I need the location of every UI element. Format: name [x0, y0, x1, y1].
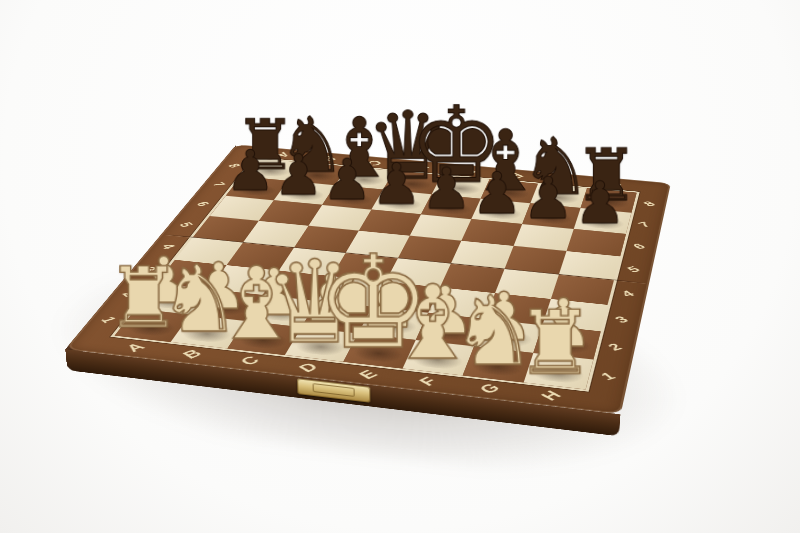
board-perspective-wrap: ABCDEFGH ABCDEFGH 87654321 87654321 ♜♞♝♛…	[148, 8, 648, 508]
rank-label-right-5: 5	[614, 256, 654, 283]
chess-set-photo: ABCDEFGH ABCDEFGH 87654321 87654321 ♜♞♝♛…	[0, 0, 800, 533]
coordinate-label: 1	[598, 370, 620, 383]
square-g6[interactable]	[514, 224, 574, 251]
piece-black-pawn[interactable]: ♟	[225, 144, 275, 197]
coordinate-label: 7	[636, 220, 655, 229]
coordinate-label: G	[475, 381, 505, 396]
coordinate-label: 5	[175, 221, 196, 229]
chess-board: ABCDEFGH ABCDEFGH 87654321 87654321 ♜♞♝♛…	[65, 145, 671, 415]
coordinate-label: E	[355, 368, 382, 382]
coordinate-label: B	[179, 347, 206, 361]
square-h1[interactable]: ♜	[524, 353, 594, 390]
coordinate-label: 3	[612, 314, 633, 325]
coordinate-label: H	[537, 388, 567, 403]
coordinate-label: 2	[605, 341, 627, 353]
playing-field: ♜♞♝♛♚♝♞♜♟♟♟♟♟♟♟♟♟♟♟♟♟♟♟♟♜♞♝♛♚♝♞♜	[115, 158, 637, 389]
rank-label-right-3: 3	[601, 305, 644, 336]
square-h7[interactable]: ♟	[574, 208, 632, 234]
coordinate-label: 5	[624, 265, 644, 275]
coordinate-label: C	[237, 354, 264, 368]
square-g5[interactable]	[505, 246, 567, 275]
coordinate-label: F	[415, 375, 442, 389]
rank-label-right-4: 4	[608, 280, 650, 309]
coordinate-label: A	[123, 341, 150, 355]
square-g7[interactable]: ♟	[522, 203, 580, 229]
coordinate-label: 6	[630, 242, 649, 251]
piece-white-rook[interactable]: ♜	[516, 302, 595, 385]
coordinate-label: 8	[641, 200, 659, 208]
coordinate-label: 6	[192, 200, 213, 207]
rank-label-right-7: 7	[626, 213, 664, 237]
rank-label-right-2: 2	[593, 331, 637, 363]
coordinate-label: 4	[618, 289, 638, 300]
rank-label-right-6: 6	[620, 234, 659, 260]
